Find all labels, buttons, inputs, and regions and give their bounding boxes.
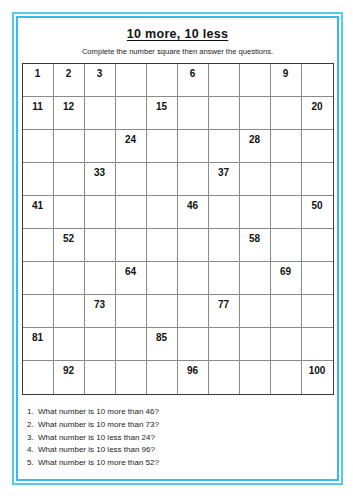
grid-cell-r6-c9[interactable] (271, 229, 302, 262)
grid-cell-r7-c3[interactable] (85, 262, 116, 295)
grid-cell-r8-c8[interactable] (240, 295, 271, 328)
grid-cell-r9-c1: 81 (23, 328, 54, 361)
grid-cell-r10-c1[interactable] (23, 361, 54, 394)
grid-cell-r1-c3: 3 (85, 64, 116, 97)
grid-cell-r8-c5[interactable] (147, 295, 178, 328)
grid-cell-r3-c6[interactable] (178, 130, 209, 163)
grid-cell-r5-c5[interactable] (147, 196, 178, 229)
grid-cell-r2-c9[interactable] (271, 97, 302, 130)
grid-cell-r1-c7[interactable] (209, 64, 240, 97)
grid-cell-r10-c7[interactable] (209, 361, 240, 394)
questions-list: 1.What number is 10 more than 46? 2.What… (27, 408, 337, 468)
grid-cell-r9-c7[interactable] (209, 328, 240, 361)
grid-cell-r4-c6[interactable] (178, 163, 209, 196)
question-1-number: 1. (27, 408, 38, 416)
grid-cell-r10-c10: 100 (302, 361, 333, 394)
grid-cell-r8-c6[interactable] (178, 295, 209, 328)
grid-cell-r1-c4[interactable] (116, 64, 147, 97)
grid-cell-r6-c10[interactable] (302, 229, 333, 262)
question-4-number: 4. (27, 446, 38, 454)
grid-cell-r7-c10[interactable] (302, 262, 333, 295)
question-2: 2.What number is 10 more than 73? (27, 421, 337, 429)
grid-cell-r2-c1: 11 (23, 97, 54, 130)
grid-cell-r5-c9[interactable] (271, 196, 302, 229)
grid-cell-r10-c8[interactable] (240, 361, 271, 394)
instruction-text: Complete the number square then answer t… (18, 47, 337, 56)
grid-cell-r10-c5[interactable] (147, 361, 178, 394)
grid-cell-r3-c9[interactable] (271, 130, 302, 163)
grid-cell-r4-c1[interactable] (23, 163, 54, 196)
grid-cell-r5-c2[interactable] (54, 196, 85, 229)
grid-cell-r7-c2[interactable] (54, 262, 85, 295)
grid-cell-r7-c9: 69 (271, 262, 302, 295)
grid-cell-r9-c2[interactable] (54, 328, 85, 361)
grid-cell-r2-c8[interactable] (240, 97, 271, 130)
decorative-border-inner: 10 more, 10 less Complete the number squ… (16, 16, 339, 481)
grid-cell-r3-c4: 24 (116, 130, 147, 163)
grid-cell-r9-c5: 85 (147, 328, 178, 361)
grid-cell-r2-c2: 12 (54, 97, 85, 130)
grid-cell-r9-c9[interactable] (271, 328, 302, 361)
grid-cell-r6-c7[interactable] (209, 229, 240, 262)
question-1-text: What number is 10 more than 46? (38, 407, 159, 416)
grid-cell-r10-c2: 92 (54, 361, 85, 394)
grid-cell-r1-c8[interactable] (240, 64, 271, 97)
grid-cell-r6-c1[interactable] (23, 229, 54, 262)
grid-cell-r9-c4[interactable] (116, 328, 147, 361)
grid-cell-r3-c1[interactable] (23, 130, 54, 163)
grid-cell-r9-c3[interactable] (85, 328, 116, 361)
grid-cell-r1-c5[interactable] (147, 64, 178, 97)
grid-cell-r4-c3: 33 (85, 163, 116, 196)
grid-cell-r4-c5[interactable] (147, 163, 178, 196)
grid-cell-r2-c3[interactable] (85, 97, 116, 130)
question-3-number: 3. (27, 434, 38, 442)
grid-cell-r8-c7: 77 (209, 295, 240, 328)
grid-cell-r2-c7[interactable] (209, 97, 240, 130)
grid-cell-r6-c4[interactable] (116, 229, 147, 262)
grid-cell-r8-c10[interactable] (302, 295, 333, 328)
grid-cell-r3-c7[interactable] (209, 130, 240, 163)
grid-cell-r2-c10: 20 (302, 97, 333, 130)
grid-cell-r8-c3: 73 (85, 295, 116, 328)
grid-cell-r7-c6[interactable] (178, 262, 209, 295)
grid-cell-r5-c4[interactable] (116, 196, 147, 229)
grid-cell-r5-c7[interactable] (209, 196, 240, 229)
grid-cell-r8-c1[interactable] (23, 295, 54, 328)
question-3-text: What number is 10 less than 24? (38, 433, 155, 442)
grid-cell-r8-c2[interactable] (54, 295, 85, 328)
question-2-text: What number is 10 more than 73? (38, 420, 159, 429)
grid-cell-r10-c6: 96 (178, 361, 209, 394)
worksheet-title: 10 more, 10 less (18, 27, 337, 41)
grid-cell-r6-c6[interactable] (178, 229, 209, 262)
question-2-number: 2. (27, 421, 38, 429)
grid-cell-r10-c3[interactable] (85, 361, 116, 394)
grid-cell-r4-c8[interactable] (240, 163, 271, 196)
question-4-text: What number is 10 less than 96? (38, 445, 155, 454)
grid-cell-r5-c8[interactable] (240, 196, 271, 229)
grid-cell-r7-c8[interactable] (240, 262, 271, 295)
grid-cell-r1-c9: 9 (271, 64, 302, 97)
grid-cell-r3-c8: 28 (240, 130, 271, 163)
question-5-number: 5. (27, 459, 38, 467)
grid-cell-r10-c9[interactable] (271, 361, 302, 394)
grid-cell-r7-c4: 64 (116, 262, 147, 295)
question-1: 1.What number is 10 more than 46? (27, 408, 337, 416)
grid-cell-r5-c1: 41 (23, 196, 54, 229)
grid-cell-r3-c5[interactable] (147, 130, 178, 163)
grid-cell-r5-c6: 46 (178, 196, 209, 229)
grid-cell-r3-c3[interactable] (85, 130, 116, 163)
grid-cell-r6-c2: 52 (54, 229, 85, 262)
grid-cell-r1-c2: 2 (54, 64, 85, 97)
grid-cell-r6-c3[interactable] (85, 229, 116, 262)
grid-cell-r2-c6[interactable] (178, 97, 209, 130)
grid-cell-r4-c2[interactable] (54, 163, 85, 196)
grid-cell-r9-c8[interactable] (240, 328, 271, 361)
grid-cell-r5-c10: 50 (302, 196, 333, 229)
grid-cell-r1-c1: 1 (23, 64, 54, 97)
grid-cell-r9-c6[interactable] (178, 328, 209, 361)
grid-cell-r7-c5[interactable] (147, 262, 178, 295)
grid-cell-r4-c10[interactable] (302, 163, 333, 196)
number-square-grid: 1236911121520242833374146505258646973778… (22, 63, 334, 395)
grid-cell-r2-c4[interactable] (116, 97, 147, 130)
question-5: 5.What number is 10 more than 52? (27, 459, 337, 467)
grid-cell-r6-c5[interactable] (147, 229, 178, 262)
grid-cell-r8-c4[interactable] (116, 295, 147, 328)
grid-cell-r10-c4[interactable] (116, 361, 147, 394)
decorative-border-outer: 10 more, 10 less Complete the number squ… (12, 12, 343, 485)
grid-cell-r3-c10[interactable] (302, 130, 333, 163)
grid-cell-r3-c2[interactable] (54, 130, 85, 163)
grid-cell-r5-c3[interactable] (85, 196, 116, 229)
question-3: 3.What number is 10 less than 24? (27, 434, 337, 442)
grid-cell-r1-c6: 6 (178, 64, 209, 97)
grid-cell-r4-c9[interactable] (271, 163, 302, 196)
grid-cell-r4-c4[interactable] (116, 163, 147, 196)
grid-cell-r8-c9[interactable] (271, 295, 302, 328)
grid-cell-r7-c1[interactable] (23, 262, 54, 295)
question-4: 4.What number is 10 less than 96? (27, 446, 337, 454)
grid-cell-r4-c7: 37 (209, 163, 240, 196)
grid-cell-r7-c7[interactable] (209, 262, 240, 295)
grid-cell-r2-c5: 15 (147, 97, 178, 130)
question-5-text: What number is 10 more than 52? (38, 458, 159, 467)
grid-cell-r6-c8: 58 (240, 229, 271, 262)
grid-cell-r9-c10[interactable] (302, 328, 333, 361)
grid-cell-r1-c10[interactable] (302, 64, 333, 97)
